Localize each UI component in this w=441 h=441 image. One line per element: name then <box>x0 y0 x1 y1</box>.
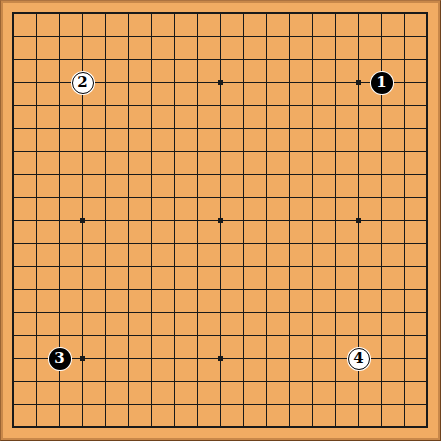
board-intersection <box>163 278 186 301</box>
board-intersection <box>347 209 370 232</box>
board-intersection <box>94 117 117 140</box>
board-intersection <box>25 71 48 94</box>
board-intersection <box>347 71 370 94</box>
board-intersection <box>301 25 324 48</box>
board-intersection <box>393 347 416 370</box>
board-intersection <box>232 25 255 48</box>
board-intersection <box>278 186 301 209</box>
go-board: 2134 <box>0 0 441 441</box>
board-intersection <box>393 232 416 255</box>
board-intersection <box>370 2 393 25</box>
board-intersection <box>186 232 209 255</box>
board-intersection <box>393 117 416 140</box>
board-intersection <box>117 25 140 48</box>
board-intersection <box>232 117 255 140</box>
board-intersection <box>278 25 301 48</box>
board-intersection <box>278 278 301 301</box>
board-intersection <box>163 301 186 324</box>
board-intersection <box>232 370 255 393</box>
board-intersection <box>186 163 209 186</box>
board-intersection <box>48 140 71 163</box>
board-intersection <box>140 232 163 255</box>
board-intersection <box>186 48 209 71</box>
star-point <box>80 356 85 361</box>
board-intersection <box>186 324 209 347</box>
board-intersection <box>71 370 94 393</box>
board-intersection <box>25 278 48 301</box>
board-intersection <box>278 140 301 163</box>
board-intersection <box>71 209 94 232</box>
board-intersection <box>278 393 301 416</box>
board-intersection <box>278 324 301 347</box>
board-intersection <box>347 278 370 301</box>
board-intersection <box>117 416 140 439</box>
board-intersection <box>117 278 140 301</box>
board-intersection <box>278 163 301 186</box>
board-intersection <box>324 209 347 232</box>
board-intersection <box>278 232 301 255</box>
board-intersection <box>347 416 370 439</box>
board-intersection <box>232 416 255 439</box>
board-intersection <box>71 416 94 439</box>
board-intersection <box>94 140 117 163</box>
board-intersection <box>186 71 209 94</box>
board-intersection <box>71 278 94 301</box>
board-intersection <box>324 255 347 278</box>
board-intersection <box>301 186 324 209</box>
board-intersection <box>209 255 232 278</box>
board-intersection <box>209 25 232 48</box>
board-intersection <box>140 370 163 393</box>
board-intersection <box>117 370 140 393</box>
board-intersection <box>232 255 255 278</box>
board-intersection <box>255 324 278 347</box>
board-intersection <box>48 278 71 301</box>
board-intersection <box>48 393 71 416</box>
board-intersection <box>255 255 278 278</box>
board-intersection <box>2 278 25 301</box>
board-intersection <box>209 232 232 255</box>
board-intersection <box>301 2 324 25</box>
board-intersection <box>416 163 439 186</box>
board-intersection <box>393 48 416 71</box>
board-intersection <box>416 370 439 393</box>
board-intersection <box>255 416 278 439</box>
board-intersection <box>209 71 232 94</box>
board-intersection <box>163 163 186 186</box>
board-intersection <box>209 186 232 209</box>
board-intersection <box>255 25 278 48</box>
board-intersection <box>71 186 94 209</box>
board-intersection <box>94 48 117 71</box>
board-intersection <box>416 324 439 347</box>
board-intersection <box>117 140 140 163</box>
board-intersection <box>94 232 117 255</box>
board-intersection <box>301 301 324 324</box>
board-intersection <box>163 25 186 48</box>
board-intersection <box>301 370 324 393</box>
board-intersection <box>278 209 301 232</box>
board-intersection <box>255 71 278 94</box>
board-intersection <box>2 393 25 416</box>
board-intersection <box>209 301 232 324</box>
board-intersection <box>140 347 163 370</box>
board-intersection <box>232 71 255 94</box>
board-intersection <box>278 301 301 324</box>
board-intersection <box>117 255 140 278</box>
board-intersection <box>301 71 324 94</box>
board-intersection <box>370 255 393 278</box>
board-intersection <box>94 209 117 232</box>
board-intersection <box>232 186 255 209</box>
board-intersection <box>347 370 370 393</box>
board-intersection <box>2 2 25 25</box>
board-intersection <box>25 140 48 163</box>
board-intersection <box>94 301 117 324</box>
board-intersection <box>71 94 94 117</box>
board-intersection <box>140 209 163 232</box>
board-intersection <box>117 117 140 140</box>
board-intersection <box>140 117 163 140</box>
board-intersection <box>117 2 140 25</box>
board-intersection <box>393 2 416 25</box>
board-intersection <box>324 347 347 370</box>
board-intersection <box>209 163 232 186</box>
board-intersection <box>25 94 48 117</box>
board-intersection <box>255 278 278 301</box>
board-intersection <box>71 393 94 416</box>
board-intersection <box>140 2 163 25</box>
board-intersection <box>324 140 347 163</box>
board-intersection <box>370 117 393 140</box>
board-intersection: 3 <box>48 347 71 370</box>
board-intersection <box>140 301 163 324</box>
board-intersection <box>2 163 25 186</box>
board-intersection <box>48 117 71 140</box>
board-intersection <box>140 416 163 439</box>
board-intersection <box>255 393 278 416</box>
board-intersection <box>186 255 209 278</box>
board-intersection <box>301 324 324 347</box>
board-intersection <box>48 71 71 94</box>
board-intersection <box>416 117 439 140</box>
star-point <box>218 356 223 361</box>
board-intersection <box>2 324 25 347</box>
board-intersection <box>278 48 301 71</box>
board-intersection <box>255 301 278 324</box>
board-intersection <box>94 255 117 278</box>
board-intersection <box>117 324 140 347</box>
board-intersection <box>163 370 186 393</box>
board-intersection <box>2 370 25 393</box>
board-intersection <box>25 416 48 439</box>
board-intersection <box>255 163 278 186</box>
board-intersection <box>347 2 370 25</box>
board-intersection <box>393 301 416 324</box>
board-intersection <box>370 347 393 370</box>
board-intersection <box>48 48 71 71</box>
board-intersection <box>25 370 48 393</box>
board-intersection <box>370 48 393 71</box>
board-intersection <box>324 232 347 255</box>
board-intersection <box>393 163 416 186</box>
board-intersection <box>347 25 370 48</box>
board-intersection <box>370 416 393 439</box>
board-intersection <box>140 71 163 94</box>
board-intersection <box>71 117 94 140</box>
board-intersection <box>140 324 163 347</box>
board-intersection <box>416 186 439 209</box>
board-intersection <box>393 278 416 301</box>
board-intersection <box>255 186 278 209</box>
board-intersection <box>416 232 439 255</box>
board-intersection <box>94 25 117 48</box>
board-intersection <box>48 94 71 117</box>
board-intersection <box>140 255 163 278</box>
board-intersection <box>416 25 439 48</box>
board-intersection <box>94 393 117 416</box>
board-intersection <box>117 232 140 255</box>
board-intersection <box>163 255 186 278</box>
board-intersection <box>416 94 439 117</box>
board-intersection <box>140 278 163 301</box>
board-intersection <box>163 140 186 163</box>
board-intersection <box>347 324 370 347</box>
board-intersection <box>370 94 393 117</box>
board-intersection <box>48 324 71 347</box>
board-intersection <box>71 347 94 370</box>
board-intersection <box>232 2 255 25</box>
board-intersection <box>2 117 25 140</box>
board-intersection <box>416 48 439 71</box>
board-intersection <box>232 324 255 347</box>
board-intersection <box>232 393 255 416</box>
board-intersection <box>209 370 232 393</box>
board-intersection <box>255 347 278 370</box>
board-intersection <box>25 2 48 25</box>
board-intersection <box>278 2 301 25</box>
board-intersection <box>232 347 255 370</box>
board-intersection <box>2 94 25 117</box>
board-intersection <box>324 278 347 301</box>
board-intersection <box>94 94 117 117</box>
board-intersection <box>186 301 209 324</box>
board-intersection <box>25 232 48 255</box>
board-intersection <box>94 416 117 439</box>
board-intersection <box>94 163 117 186</box>
board-intersection <box>2 186 25 209</box>
board-intersection <box>25 186 48 209</box>
board-intersection <box>416 416 439 439</box>
board-intersection <box>94 278 117 301</box>
board-intersection <box>186 278 209 301</box>
board-intersection <box>117 94 140 117</box>
board-intersection <box>370 301 393 324</box>
board-intersection <box>25 25 48 48</box>
board-intersection <box>278 117 301 140</box>
board-intersection <box>255 140 278 163</box>
board-intersection <box>186 347 209 370</box>
board-intersection <box>232 140 255 163</box>
board-intersection <box>117 393 140 416</box>
board-intersection <box>186 94 209 117</box>
board-intersection <box>278 255 301 278</box>
board-intersection <box>25 324 48 347</box>
star-point <box>356 80 361 85</box>
star-point <box>80 218 85 223</box>
board-intersection <box>301 163 324 186</box>
board-intersection <box>370 186 393 209</box>
board-intersection <box>2 48 25 71</box>
board-intersection <box>255 232 278 255</box>
board-intersection <box>324 416 347 439</box>
board-intersection <box>324 370 347 393</box>
board-intersection <box>209 209 232 232</box>
board-intersection <box>232 301 255 324</box>
board-intersection <box>48 209 71 232</box>
board-intersection <box>393 25 416 48</box>
board-intersection <box>393 71 416 94</box>
board-intersection <box>393 140 416 163</box>
board-intersection <box>324 71 347 94</box>
board-intersection <box>370 163 393 186</box>
board-intersection <box>232 163 255 186</box>
board-intersection <box>370 393 393 416</box>
board-intersection <box>117 347 140 370</box>
board-intersection <box>117 163 140 186</box>
board-intersection <box>347 48 370 71</box>
board-intersection <box>301 255 324 278</box>
board-intersection <box>255 48 278 71</box>
board-intersection <box>163 94 186 117</box>
board-intersection <box>416 301 439 324</box>
board-intersection <box>416 278 439 301</box>
board-intersection <box>25 163 48 186</box>
board-intersection <box>209 393 232 416</box>
board-intersection <box>301 117 324 140</box>
board-intersection <box>209 117 232 140</box>
board-intersection <box>255 370 278 393</box>
board-intersection <box>140 163 163 186</box>
board-intersection <box>324 117 347 140</box>
board-intersection <box>94 370 117 393</box>
board-intersection <box>186 186 209 209</box>
board-intersection <box>324 94 347 117</box>
board-intersection <box>163 2 186 25</box>
star-point <box>356 218 361 223</box>
board-intersection <box>186 140 209 163</box>
board-intersection <box>140 140 163 163</box>
board-intersection <box>186 416 209 439</box>
board-intersection <box>209 140 232 163</box>
board-intersection <box>48 163 71 186</box>
board-intersection <box>71 163 94 186</box>
board-intersection: 4 <box>347 347 370 370</box>
board-intersection <box>186 117 209 140</box>
board-intersection <box>347 255 370 278</box>
board-intersection <box>94 71 117 94</box>
board-intersection <box>163 347 186 370</box>
board-intersection <box>209 416 232 439</box>
board-intersection <box>347 232 370 255</box>
board-intersection <box>255 209 278 232</box>
board-intersection <box>186 25 209 48</box>
board-intersection <box>416 255 439 278</box>
board-intersection <box>117 301 140 324</box>
board-intersection <box>278 71 301 94</box>
board-intersection <box>255 94 278 117</box>
board-intersection <box>186 209 209 232</box>
board-intersection <box>163 186 186 209</box>
board-intersection <box>209 48 232 71</box>
board-intersection <box>163 416 186 439</box>
board-intersection <box>2 416 25 439</box>
board-intersection <box>71 2 94 25</box>
board-intersection <box>324 393 347 416</box>
board-intersection <box>2 71 25 94</box>
board-intersection <box>25 393 48 416</box>
board-intersection <box>232 278 255 301</box>
board-intersection <box>71 48 94 71</box>
board-intersection <box>94 347 117 370</box>
board-intersection <box>278 370 301 393</box>
board-intersection <box>370 278 393 301</box>
board-grid: 2134 <box>2 2 439 439</box>
board-intersection <box>416 209 439 232</box>
board-intersection <box>48 416 71 439</box>
board-intersection <box>324 25 347 48</box>
board-intersection <box>301 416 324 439</box>
board-intersection <box>163 48 186 71</box>
board-intersection <box>324 301 347 324</box>
board-intersection <box>186 393 209 416</box>
board-intersection <box>48 232 71 255</box>
black-stone-move-1: 1 <box>371 72 393 94</box>
board-intersection <box>140 48 163 71</box>
board-intersection <box>232 232 255 255</box>
board-intersection <box>393 370 416 393</box>
board-intersection <box>2 25 25 48</box>
board-intersection <box>25 209 48 232</box>
board-intersection <box>117 209 140 232</box>
board-intersection <box>140 393 163 416</box>
board-intersection <box>416 2 439 25</box>
board-intersection <box>117 71 140 94</box>
board-intersection <box>301 347 324 370</box>
board-intersection <box>25 48 48 71</box>
board-intersection <box>209 324 232 347</box>
board-intersection <box>301 48 324 71</box>
board-intersection <box>301 140 324 163</box>
board-intersection <box>71 255 94 278</box>
board-intersection <box>48 2 71 25</box>
board-intersection <box>416 140 439 163</box>
board-intersection <box>301 278 324 301</box>
board-intersection <box>324 163 347 186</box>
board-intersection <box>347 393 370 416</box>
white-stone-move-2: 2 <box>72 72 94 94</box>
board-intersection <box>393 94 416 117</box>
board-intersection <box>2 347 25 370</box>
board-intersection <box>301 393 324 416</box>
board-intersection <box>347 301 370 324</box>
board-intersection <box>278 416 301 439</box>
white-stone-move-4: 4 <box>348 348 370 370</box>
board-intersection <box>140 25 163 48</box>
board-intersection <box>209 94 232 117</box>
board-intersection <box>370 324 393 347</box>
board-intersection <box>301 94 324 117</box>
